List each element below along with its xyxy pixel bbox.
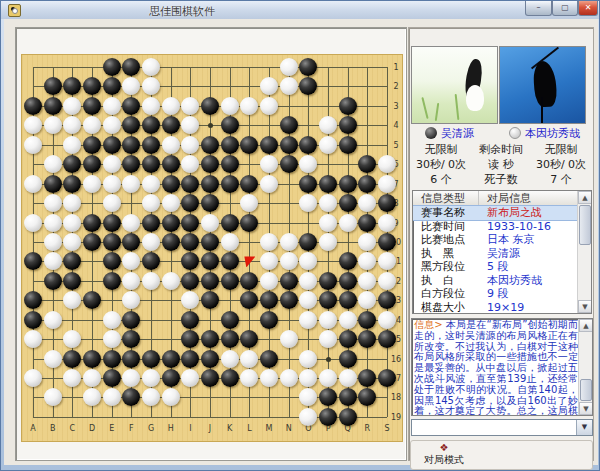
white-stone-R11: [358, 252, 376, 270]
black-stone-K9: [221, 214, 239, 232]
info-value: 吴清源: [479, 247, 520, 261]
white-stone-E8: [103, 194, 121, 212]
white-stone-E18: [103, 388, 121, 406]
black-stone-S8: [378, 194, 396, 212]
white-stone-E6: [103, 155, 121, 173]
white-stone-B11: [44, 252, 62, 270]
black-stone-F18: [122, 388, 140, 406]
white-stone-M12: [260, 272, 278, 290]
white-stone-B14: [44, 311, 62, 329]
black-stone-E1: [103, 58, 121, 76]
row-label-2: 2: [388, 82, 404, 91]
white-stone-S11: [378, 252, 396, 270]
go-board[interactable]: A1B2C3D4E5F6G7H8I9J10K11L12M13N14O15P16Q…: [21, 54, 403, 442]
message-text: 信息> 本局是在“新布局”创始初期而走的，这时吴清源的布局风格正在有所改变。不过…: [414, 320, 578, 416]
bottom-toolbar: ❖ 对局模式: [410, 440, 593, 470]
white-stone-B10: [44, 233, 62, 251]
black-stone-Q5: [339, 136, 357, 154]
black-stone-D16: [83, 350, 101, 368]
info-row-5[interactable]: 执 白本因坊秀哉: [413, 274, 591, 288]
window-title: 思佳围棋软件: [149, 4, 215, 19]
white-stone-R10: [358, 233, 376, 251]
white-stone-B18: [44, 388, 62, 406]
black-stone-A14: [24, 311, 42, 329]
column-label-N: N: [281, 424, 297, 433]
info-table-scrollbar[interactable]: ▲ ▼: [577, 191, 591, 313]
scrollbar-thumb[interactable]: [580, 379, 592, 401]
white-stone-O12: [299, 272, 317, 290]
reeds-silhouette: [541, 97, 581, 123]
white-stone-L17: [240, 369, 258, 387]
white-stone-H3: [162, 97, 180, 115]
black-stone-R6: [358, 155, 376, 173]
black-stone-J16: [201, 350, 219, 368]
info-label: 执 黑: [413, 247, 479, 261]
black-stone-I16: [181, 350, 199, 368]
white-stone-M17: [260, 369, 278, 387]
white-stone-D7: [83, 175, 101, 193]
black-stone-G16: [142, 350, 160, 368]
black-stone-I14: [181, 311, 199, 329]
white-stone-B16: [44, 350, 62, 368]
white-stone-N1: [280, 58, 298, 76]
column-label-K: K: [222, 424, 238, 433]
black-stone-B3: [44, 97, 62, 115]
black-stone-E16: [103, 350, 121, 368]
white-stone-C8: [63, 194, 81, 212]
black-stone-R9: [358, 214, 376, 232]
scroll-down-button[interactable]: ▼: [578, 300, 592, 313]
star-point: [326, 357, 331, 362]
white-stone-O14: [299, 311, 317, 329]
black-stone-N4: [280, 116, 298, 134]
black-stone-F14: [122, 311, 140, 329]
white-player-name: 本因坊秀哉: [525, 127, 580, 140]
white-stone-C9: [63, 214, 81, 232]
white-stone-A15: [24, 330, 42, 348]
white-stone-I13: [181, 291, 199, 309]
black-stone-I7: [181, 175, 199, 193]
maximize-button[interactable]: ▢: [552, 1, 578, 16]
black-player-row: 吴清源: [425, 126, 474, 140]
white-stone-C17: [63, 369, 81, 387]
black-stone-K4: [221, 116, 239, 134]
row-label-18: 18: [388, 393, 404, 402]
info-row-1[interactable]: 比赛时间1933-10-16: [413, 220, 591, 234]
black-stone-Q11: [339, 252, 357, 270]
figure-dress: [466, 85, 484, 111]
info-label: 黑方段位: [413, 260, 479, 274]
black-stone-R15: [358, 330, 376, 348]
black-stone-O1: [299, 58, 317, 76]
black-stone-J8: [201, 194, 219, 212]
column-label-S: S: [379, 424, 395, 433]
black-captured-count: 6 个: [411, 172, 471, 187]
white-stone-M11: [260, 252, 278, 270]
black-stone-D9: [83, 214, 101, 232]
black-stone-O5: [299, 136, 317, 154]
white-player-row: 本因坊秀哉: [509, 126, 580, 140]
black-stone-P18: [319, 388, 337, 406]
title-bar[interactable]: 思佳围棋软件 – ▢ ✕: [1, 1, 599, 19]
black-stone-J12: [201, 272, 219, 290]
black-stone-F10: [122, 233, 140, 251]
white-stone-P8: [319, 194, 337, 212]
game-info-header: 对局信息: [479, 191, 531, 205]
message-body: 本局是在“新布局”创始初期而走的，这时吴清源的布局风格正在有所改变。不过我认为，…: [414, 319, 578, 416]
black-stone-K7: [221, 175, 239, 193]
black-stone-G6: [142, 155, 160, 173]
info-row-2[interactable]: 比赛地点日本 东京: [413, 233, 591, 247]
white-stone-R13: [358, 291, 376, 309]
white-stone-B4: [44, 116, 62, 134]
black-stone-L5: [240, 136, 258, 154]
white-player-avatar: [499, 46, 586, 124]
black-stone-P12: [319, 272, 337, 290]
white-stone-I4: [181, 116, 199, 134]
column-label-I: I: [182, 424, 198, 433]
dead-stones-label: 死子数: [471, 172, 531, 187]
column-label-J: J: [202, 424, 218, 433]
black-stone-F6: [122, 155, 140, 173]
black-stone-Q13: [339, 291, 357, 309]
white-stone-E3: [103, 97, 121, 115]
black-stone-M14: [260, 311, 278, 329]
black-stone-Q15: [339, 330, 357, 348]
black-stone-J10: [201, 233, 219, 251]
white-stone-Q17: [339, 369, 357, 387]
column-label-H: H: [163, 424, 179, 433]
black-stone-H4: [162, 116, 180, 134]
black-stone-A3: [24, 97, 42, 115]
info-row-6[interactable]: 白方段位9 段: [413, 287, 591, 301]
white-stone-P5: [319, 136, 337, 154]
white-stone-K3: [221, 97, 239, 115]
black-stone-P13: [319, 291, 337, 309]
white-stone-P9: [319, 214, 337, 232]
white-stone-N10: [280, 233, 298, 251]
white-stone-D18: [83, 388, 101, 406]
white-stone-G1: [142, 58, 160, 76]
white-stone-S12: [378, 272, 396, 290]
scroll-up-button[interactable]: ▲: [579, 319, 593, 332]
row-label-3: 3: [388, 102, 404, 111]
white-stone-F11: [122, 252, 140, 270]
white-stone-H18: [162, 388, 180, 406]
black-stone-E9: [103, 214, 121, 232]
white-stone-G18: [142, 388, 160, 406]
black-stone-J15: [201, 330, 219, 348]
black-stone-J3: [201, 97, 219, 115]
white-stone-F9: [122, 214, 140, 232]
white-stone-Q9: [339, 214, 357, 232]
black-stone-K11: [221, 252, 239, 270]
white-stone-H12: [162, 272, 180, 290]
column-label-B: B: [45, 424, 61, 433]
black-stone-Q7: [339, 175, 357, 193]
black-stone-L7: [240, 175, 258, 193]
black-stone-E10: [103, 233, 121, 251]
white-stone-F2: [122, 77, 140, 95]
black-stone-J7: [201, 175, 219, 193]
black-byoyomi: 30秒/ 0次: [411, 157, 471, 172]
black-stone-F3: [122, 97, 140, 115]
column-label-D: D: [84, 424, 100, 433]
black-stone-H7: [162, 175, 180, 193]
white-stone-A5: [24, 136, 42, 154]
black-stone-I9: [181, 214, 199, 232]
white-stone-G3: [142, 97, 160, 115]
white-stone-O6: [299, 155, 317, 173]
black-stone-icon: [425, 127, 437, 139]
black-stone-S10: [378, 233, 396, 251]
black-stone-B7: [44, 175, 62, 193]
white-stone-E7: [103, 175, 121, 193]
info-row-4[interactable]: 黑方段位5 段: [413, 260, 591, 274]
black-stone-S17: [378, 369, 396, 387]
black-stone-O7: [299, 175, 317, 193]
white-captured-count: 7 个: [531, 172, 591, 187]
white-stone-I3: [181, 97, 199, 115]
white-stone-O18: [299, 388, 317, 406]
black-stone-G4: [142, 116, 160, 134]
white-stone-I17: [181, 369, 199, 387]
black-stone-O10: [299, 233, 317, 251]
info-type-header: 信息类型: [413, 191, 479, 205]
black-stone-R14: [358, 311, 376, 329]
game-mode-label: 对局模式: [421, 453, 467, 467]
black-stone-K14: [221, 311, 239, 329]
black-stone-J13: [201, 291, 219, 309]
scroll-down-button[interactable]: ▼: [579, 402, 593, 415]
white-stone-P17: [319, 369, 337, 387]
black-player-avatar: [411, 46, 498, 124]
white-stone-O13: [299, 291, 317, 309]
black-stone-G5: [142, 136, 160, 154]
column-label-L: L: [241, 424, 257, 433]
black-stone-N6: [280, 155, 298, 173]
white-stone-K16: [221, 350, 239, 368]
white-stone-B9: [44, 214, 62, 232]
black-stone-L9: [240, 214, 258, 232]
white-stone-F17: [122, 369, 140, 387]
white-stone-G8: [142, 194, 160, 212]
column-label-E: E: [104, 424, 120, 433]
white-stone-icon: [509, 127, 521, 139]
row-label-19: 19: [388, 413, 404, 422]
white-stone-C10: [63, 233, 81, 251]
white-stone-S7: [378, 175, 396, 193]
white-stone-N11: [280, 252, 298, 270]
white-stone-O8: [299, 194, 317, 212]
info-label: 白方段位: [413, 287, 479, 301]
white-stone-A7: [24, 175, 42, 193]
info-value: 1933-10-16: [479, 220, 551, 234]
black-stone-L13: [240, 291, 258, 309]
white-stone-H8: [162, 194, 180, 212]
black-stone-C6: [63, 155, 81, 173]
white-stone-B6: [44, 155, 62, 173]
black-stone-E2: [103, 77, 121, 95]
white-stone-O17: [299, 369, 317, 387]
black-stone-Q16: [339, 350, 357, 368]
black-stone-Q12: [339, 272, 357, 290]
white-stone-C4: [63, 116, 81, 134]
white-stone-S9: [378, 214, 396, 232]
close-button[interactable]: ✕: [578, 1, 598, 16]
message-box[interactable]: 信息> 本局是在“新布局”创始初期而走的，这时吴清源的布局风格正在有所改变。不过…: [411, 318, 593, 416]
black-stone-D10: [83, 233, 101, 251]
scrollbar-thumb[interactable]: [579, 205, 591, 245]
white-stone-R12: [358, 272, 376, 290]
black-time-limit: 无限制: [411, 142, 471, 157]
black-stone-C16: [63, 350, 81, 368]
black-stone-G9: [142, 214, 160, 232]
white-stone-P4: [319, 116, 337, 134]
white-stone-D17: [83, 369, 101, 387]
white-stone-C15: [63, 330, 81, 348]
message-prefix: 信息>: [414, 319, 443, 330]
game-mode-button[interactable]: ❖ 对局模式: [421, 442, 467, 469]
white-stone-M10: [260, 233, 278, 251]
black-stone-F4: [122, 116, 140, 134]
white-stone-S6: [378, 155, 396, 173]
white-stone-A17: [24, 369, 42, 387]
black-stone-I10: [181, 233, 199, 251]
scroll-up-button[interactable]: ▲: [578, 191, 592, 204]
black-stone-G11: [142, 252, 160, 270]
black-stone-D2: [83, 77, 101, 95]
white-stone-P10: [319, 233, 337, 251]
black-stone-N12: [280, 272, 298, 290]
black-stone-I15: [181, 330, 199, 348]
black-stone-E17: [103, 369, 121, 387]
white-stone-C13: [63, 291, 81, 309]
black-stone-K15: [221, 330, 239, 348]
white-stone-G10: [142, 233, 160, 251]
white-stone-L16: [240, 350, 258, 368]
info-label: 棋盘大小: [413, 301, 479, 315]
info-row-7[interactable]: 棋盘大小19×19: [413, 301, 591, 315]
minimize-button[interactable]: –: [525, 1, 552, 16]
board-panel: A1B2C3D4E5F6G7H8I9J10K11L12M13N14O15P16Q…: [15, 27, 407, 461]
move-combobox[interactable]: ▼: [411, 419, 593, 436]
black-stone-D5: [83, 136, 101, 154]
black-stone-M13: [260, 291, 278, 309]
column-label-C: C: [64, 424, 80, 433]
info-row-0[interactable]: 赛事名称新布局之战: [413, 206, 591, 220]
black-stone-S15: [378, 330, 396, 348]
black-player-name: 吴清源: [441, 127, 474, 140]
chevron-down-icon[interactable]: ▼: [576, 420, 592, 435]
info-row-3[interactable]: 执 黑吴清源: [413, 247, 591, 261]
white-stone-E4: [103, 116, 121, 134]
black-stone-K5: [221, 136, 239, 154]
white-stone-L3: [240, 97, 258, 115]
white-stone-K10: [221, 233, 239, 251]
black-stone-J6: [201, 155, 219, 173]
white-stone-C5: [63, 136, 81, 154]
info-label: 执 白: [413, 274, 479, 288]
info-value: 19×19: [479, 301, 524, 315]
black-stone-I8: [181, 194, 199, 212]
white-stone-M7: [260, 175, 278, 193]
black-stone-O2: [299, 77, 317, 95]
message-scrollbar[interactable]: ▲ ▼: [578, 319, 592, 415]
game-mode-icon: ❖: [421, 442, 467, 453]
black-stone-B2: [44, 77, 62, 95]
black-stone-F16: [122, 350, 140, 368]
black-stone-M16: [260, 350, 278, 368]
black-stone-I11: [181, 252, 199, 270]
black-stone-J17: [201, 369, 219, 387]
client-area: A1B2C3D4E5F6G7H8I9J10K11L12M13N14O15P16Q…: [4, 19, 598, 465]
black-stone-J11: [201, 252, 219, 270]
black-stone-H6: [162, 155, 180, 173]
black-stone-C7: [63, 175, 81, 193]
info-label: 赛事名称: [413, 206, 479, 220]
white-stone-P15: [319, 330, 337, 348]
black-stone-H10: [162, 233, 180, 251]
info-value: 5 段: [479, 260, 509, 274]
black-stone-Q8: [339, 194, 357, 212]
black-stone-F15: [122, 330, 140, 348]
white-stone-F7: [122, 175, 140, 193]
white-time-limit: 无限制: [531, 142, 591, 157]
white-stone-R8: [358, 194, 376, 212]
black-stone-N13: [280, 291, 298, 309]
white-stone-G12: [142, 272, 160, 290]
white-stone-B8: [44, 194, 62, 212]
info-value: 日本 东京: [479, 233, 535, 247]
black-stone-R17: [358, 369, 376, 387]
row-label-4: 4: [388, 121, 404, 130]
column-label-F: F: [123, 424, 139, 433]
black-stone-N5: [280, 136, 298, 154]
white-stone-N15: [280, 330, 298, 348]
white-stone-D4: [83, 116, 101, 134]
white-stone-A9: [24, 214, 42, 232]
info-label: 比赛时间: [413, 220, 479, 234]
black-stone-Q18: [339, 388, 357, 406]
app-icon: [8, 4, 21, 17]
white-stone-M3: [260, 97, 278, 115]
info-label: 比赛地点: [413, 233, 479, 247]
white-stone-G17: [142, 369, 160, 387]
white-stone-C3: [63, 97, 81, 115]
game-info-table: 信息类型 对局信息 赛事名称新布局之战比赛时间1933-10-16比赛地点日本 …: [412, 190, 592, 314]
grass-decoration: [435, 103, 439, 121]
black-stone-E12: [103, 272, 121, 290]
row-label-5: 5: [388, 141, 404, 150]
white-stone-O11: [299, 252, 317, 270]
grass-decoration: [421, 97, 428, 119]
white-stone-F12: [122, 272, 140, 290]
info-value: 9 段: [479, 287, 509, 301]
black-stone-F1: [122, 58, 140, 76]
white-stone-G2: [142, 77, 160, 95]
white-stone-P14: [319, 311, 337, 329]
black-stone-Q3: [339, 97, 357, 115]
info-panel: 吴清源 本因坊秀哉 无限制 剩余时间 无限制 30秒/ 0次 读 秒 30秒/ …: [408, 27, 594, 461]
column-label-A: A: [25, 424, 41, 433]
black-stone-P19: [319, 408, 337, 426]
black-stone-D3: [83, 97, 101, 115]
info-value: 新布局之战: [479, 206, 542, 220]
black-stone-R18: [358, 388, 376, 406]
black-stone-S13: [378, 291, 396, 309]
black-stone-H17: [162, 369, 180, 387]
